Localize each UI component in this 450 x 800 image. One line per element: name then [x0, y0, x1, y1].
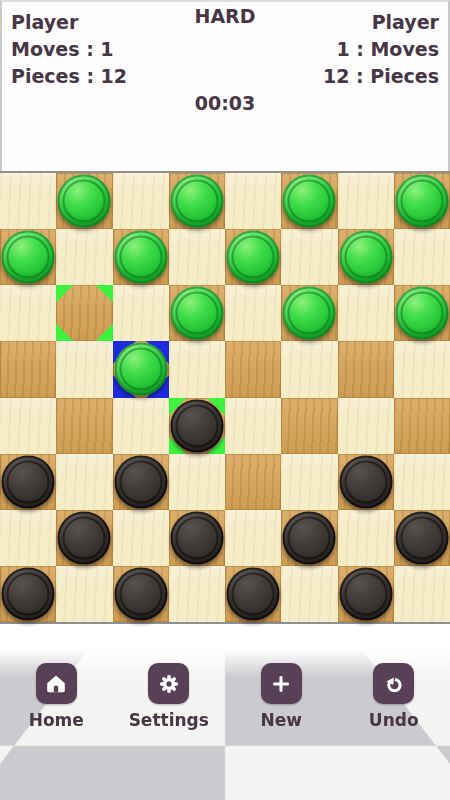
board-square[interactable] — [394, 510, 450, 566]
undo-button[interactable] — [373, 663, 414, 704]
board-square[interactable] — [338, 341, 394, 397]
black-piece[interactable] — [114, 567, 167, 620]
black-piece[interactable] — [227, 567, 280, 620]
board-square[interactable] — [169, 173, 225, 229]
board-square — [225, 285, 281, 341]
board-square — [56, 341, 112, 397]
board-square[interactable] — [281, 173, 337, 229]
board-square[interactable] — [56, 285, 112, 341]
board-square[interactable] — [0, 566, 56, 622]
board-frame — [0, 171, 450, 624]
left-player-pieces: Pieces : 12 — [11, 63, 127, 90]
green-piece[interactable] — [114, 343, 167, 396]
board-square — [0, 510, 56, 566]
green-piece[interactable] — [114, 231, 167, 284]
board-square[interactable] — [113, 566, 169, 622]
green-piece[interactable] — [339, 231, 392, 284]
board-square — [0, 398, 56, 454]
board-square[interactable] — [169, 510, 225, 566]
board-square[interactable] — [225, 566, 281, 622]
board-square — [394, 229, 450, 285]
board-square[interactable] — [113, 229, 169, 285]
board-square — [281, 341, 337, 397]
undo-tool: Undo — [338, 663, 450, 730]
home-label: Home — [29, 710, 84, 730]
board-square — [225, 173, 281, 229]
board-square — [113, 173, 169, 229]
board-square[interactable] — [225, 454, 281, 510]
settings-label: Settings — [129, 710, 209, 730]
board-square — [169, 229, 225, 285]
black-piece[interactable] — [2, 455, 55, 508]
board-square[interactable] — [281, 398, 337, 454]
home-tool: Home — [0, 663, 112, 730]
black-piece[interactable] — [114, 455, 167, 508]
board-square — [338, 398, 394, 454]
green-piece[interactable] — [58, 175, 111, 228]
black-piece[interactable] — [283, 511, 336, 564]
board-square[interactable] — [225, 229, 281, 285]
board-square[interactable] — [281, 510, 337, 566]
toolbar: Home Settings — [0, 663, 450, 730]
board-square — [56, 566, 112, 622]
board-square — [338, 510, 394, 566]
board-square — [281, 229, 337, 285]
board-square — [113, 398, 169, 454]
black-piece[interactable] — [58, 511, 111, 564]
black-piece[interactable] — [395, 511, 448, 564]
right-player-panel: Player 1 : Moves 12 : Pieces — [323, 9, 439, 90]
board-square — [225, 398, 281, 454]
green-piece[interactable] — [227, 231, 280, 284]
undo-label: Undo — [369, 710, 419, 730]
black-piece[interactable] — [170, 399, 223, 452]
board-square — [281, 566, 337, 622]
board-square[interactable] — [338, 229, 394, 285]
board-square — [169, 454, 225, 510]
board-square — [113, 285, 169, 341]
black-piece[interactable] — [170, 511, 223, 564]
board-square[interactable] — [56, 398, 112, 454]
green-piece[interactable] — [283, 175, 336, 228]
board-square[interactable] — [0, 341, 56, 397]
bottom-bar — [0, 796, 450, 800]
right-player-name: Player — [323, 9, 439, 36]
home-icon — [45, 673, 67, 695]
black-piece[interactable] — [339, 455, 392, 508]
board-square[interactable] — [394, 173, 450, 229]
board-square[interactable] — [56, 173, 112, 229]
board-square[interactable] — [0, 229, 56, 285]
board-square — [0, 285, 56, 341]
board-square — [56, 454, 112, 510]
board-square — [394, 566, 450, 622]
board-square — [281, 454, 337, 510]
footer: Home Settings — [0, 626, 450, 800]
green-piece[interactable] — [395, 287, 448, 340]
board-square — [394, 341, 450, 397]
board-square — [0, 173, 56, 229]
home-button[interactable] — [36, 663, 77, 704]
left-player-moves: Moves : 1 — [11, 36, 127, 63]
settings-button[interactable] — [148, 663, 189, 704]
board-square[interactable] — [0, 454, 56, 510]
board-square[interactable] — [169, 398, 225, 454]
board-square[interactable] — [338, 566, 394, 622]
board-square — [169, 566, 225, 622]
green-piece[interactable] — [283, 287, 336, 340]
settings-tool: Settings — [113, 663, 225, 730]
new-game-tool: New — [225, 663, 337, 730]
header: Player Moves : 1 Pieces : 12 HARD Player… — [0, 0, 450, 171]
board-square — [225, 510, 281, 566]
board-square[interactable] — [225, 341, 281, 397]
settings-icon — [158, 673, 180, 695]
plus-icon — [270, 673, 292, 695]
board-square[interactable] — [113, 454, 169, 510]
undo-icon — [383, 673, 405, 695]
board-square[interactable] — [169, 285, 225, 341]
green-piece[interactable] — [170, 287, 223, 340]
board-square — [338, 173, 394, 229]
green-piece[interactable] — [395, 175, 448, 228]
board — [0, 173, 450, 622]
board-square[interactable] — [281, 285, 337, 341]
board-square — [169, 341, 225, 397]
board-square — [56, 229, 112, 285]
game-timer: 00:03 — [2, 92, 448, 114]
checkers-app: Player Moves : 1 Pieces : 12 HARD Player… — [0, 0, 450, 800]
board-square[interactable] — [113, 341, 169, 397]
board-square — [113, 510, 169, 566]
board-square[interactable] — [338, 454, 394, 510]
board-square — [338, 285, 394, 341]
board-square — [394, 454, 450, 510]
green-piece[interactable] — [170, 175, 223, 228]
new-game-button[interactable] — [261, 663, 302, 704]
new-game-label: New — [261, 710, 302, 730]
black-piece[interactable] — [2, 567, 55, 620]
black-piece[interactable] — [339, 567, 392, 620]
right-player-pieces: 12 : Pieces — [323, 63, 439, 90]
right-player-moves: 1 : Moves — [323, 36, 439, 63]
green-piece[interactable] — [2, 231, 55, 284]
board-square[interactable] — [394, 398, 450, 454]
board-square[interactable] — [394, 285, 450, 341]
board-square[interactable] — [56, 510, 112, 566]
